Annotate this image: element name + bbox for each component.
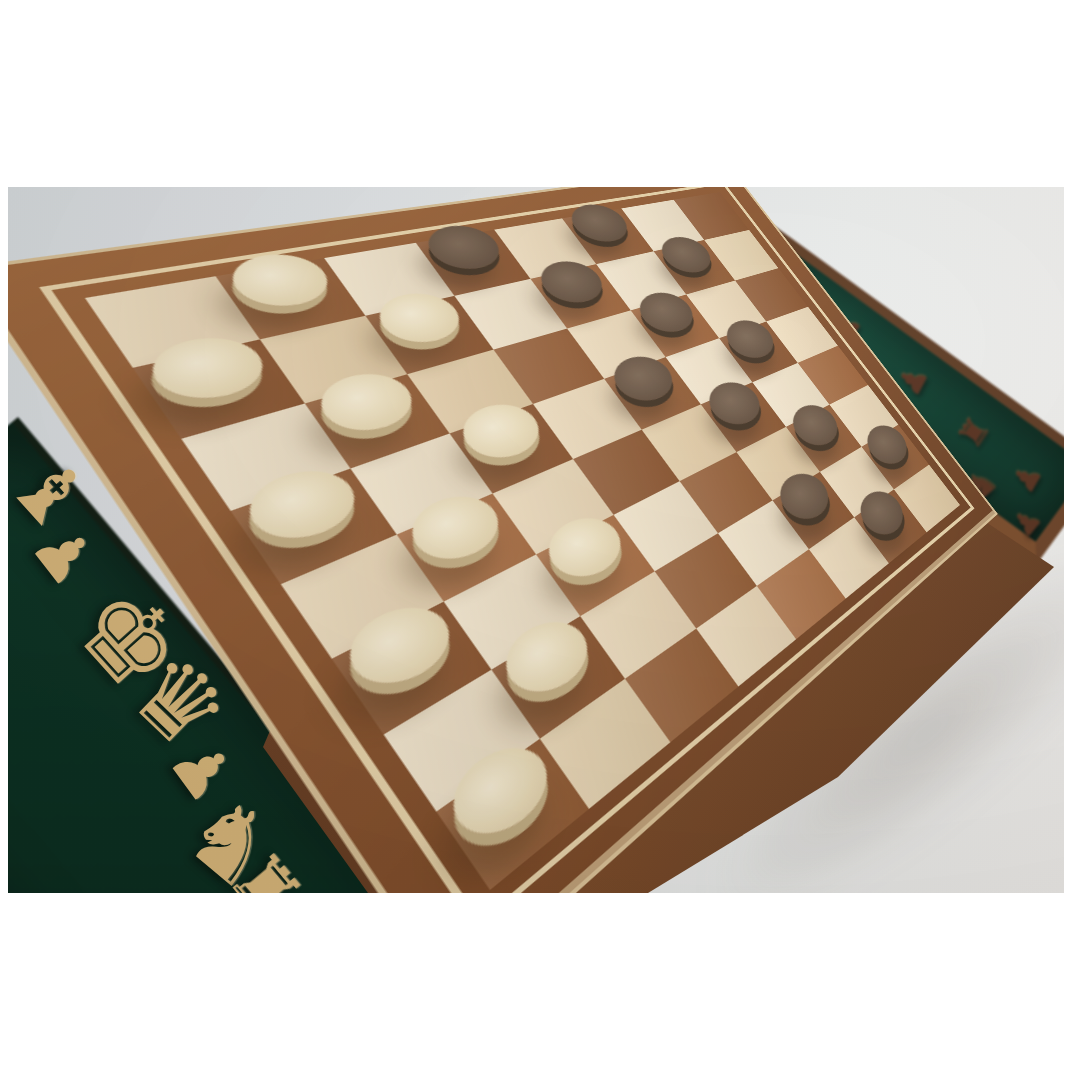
chess-rook-dark-icon[interactable]: ♜: [952, 411, 996, 454]
chess-pawn-dark-icon[interactable]: ♟: [1007, 459, 1048, 499]
chess-pawn-dark-icon[interactable]: ♟: [1007, 503, 1047, 543]
white-margin-top: [0, 0, 1080, 187]
white-margin-bottom: [0, 893, 1080, 1080]
photo-canvas: ♟♟♜♟♞♟♝♟♟♜♞♟♟ ♝♟♚♛♟♞♜: [0, 0, 1080, 1080]
photo-area: ♟♟♜♟♞♟♝♟♟♜♞♟♟ ♝♟♚♛♟♞♜: [8, 187, 1064, 893]
